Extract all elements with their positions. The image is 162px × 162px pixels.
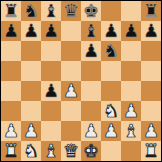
piece-black-pawn[interactable]: ♟ [43, 21, 59, 41]
piece-white-bishop[interactable]: ♝ [123, 121, 139, 141]
square-b6[interactable] [21, 41, 41, 61]
piece-black-knight[interactable]: ♞ [103, 41, 119, 61]
square-a5[interactable] [1, 61, 21, 81]
piece-white-queen[interactable]: ♛ [63, 141, 79, 161]
square-b4[interactable] [21, 81, 41, 101]
square-f1[interactable] [101, 141, 121, 161]
piece-black-queen[interactable]: ♛ [63, 1, 79, 21]
square-d3[interactable] [61, 101, 81, 121]
piece-black-pawn[interactable]: ♟ [43, 81, 59, 101]
piece-white-knight[interactable]: ♞ [23, 141, 39, 161]
square-a8[interactable]: ♜ [1, 1, 21, 21]
square-c2[interactable] [41, 121, 61, 141]
piece-black-bishop[interactable]: ♝ [43, 1, 59, 21]
square-e5[interactable] [81, 61, 101, 81]
square-d8[interactable]: ♛ [61, 1, 81, 21]
square-a3[interactable] [1, 101, 21, 121]
square-c7[interactable]: ♟ [41, 21, 61, 41]
square-b3[interactable] [21, 101, 41, 121]
piece-black-pawn[interactable]: ♟ [103, 21, 119, 41]
square-g7[interactable]: ♟ [121, 21, 141, 41]
piece-white-bishop[interactable]: ♝ [43, 141, 59, 161]
square-f8[interactable] [101, 1, 121, 21]
square-g3[interactable]: ♟ [121, 101, 141, 121]
square-h3[interactable] [141, 101, 161, 121]
square-c8[interactable]: ♝ [41, 1, 61, 21]
square-a1[interactable]: ♜ [1, 141, 21, 161]
square-f3[interactable]: ♞ [101, 101, 121, 121]
piece-white-rook[interactable]: ♜ [3, 141, 19, 161]
square-f5[interactable] [101, 61, 121, 81]
square-h8[interactable]: ♜ [141, 1, 161, 21]
piece-white-knight[interactable]: ♞ [103, 101, 119, 121]
piece-white-pawn[interactable]: ♟ [3, 121, 19, 141]
square-h1[interactable]: ♜ [141, 141, 161, 161]
square-a4[interactable] [1, 81, 21, 101]
square-b8[interactable]: ♞ [21, 1, 41, 21]
square-g4[interactable] [121, 81, 141, 101]
piece-black-pawn[interactable]: ♟ [143, 21, 159, 41]
square-h6[interactable] [141, 41, 161, 61]
square-a7[interactable]: ♟ [1, 21, 21, 41]
square-c1[interactable]: ♝ [41, 141, 61, 161]
piece-black-bishop[interactable]: ♝ [83, 21, 99, 41]
piece-black-pawn[interactable]: ♟ [123, 21, 139, 41]
square-g5[interactable] [121, 61, 141, 81]
square-e4[interactable] [81, 81, 101, 101]
square-e8[interactable]: ♚ [81, 1, 101, 21]
square-f7[interactable]: ♟ [101, 21, 121, 41]
square-g6[interactable] [121, 41, 141, 61]
square-h4[interactable] [141, 81, 161, 101]
square-g8[interactable] [121, 1, 141, 21]
square-d2[interactable] [61, 121, 81, 141]
piece-black-pawn[interactable]: ♟ [3, 21, 19, 41]
square-d7[interactable] [61, 21, 81, 41]
piece-black-knight[interactable]: ♞ [23, 1, 39, 21]
square-g2[interactable]: ♝ [121, 121, 141, 141]
square-d5[interactable] [61, 61, 81, 81]
square-d4[interactable]: ♟ [61, 81, 81, 101]
piece-white-pawn[interactable]: ♟ [23, 121, 39, 141]
piece-white-king[interactable]: ♚ [83, 141, 99, 161]
square-b2[interactable]: ♟ [21, 121, 41, 141]
chess-board: ♜♞♝♛♚♜♟♟♟♝♟♟♟♟♞♟♟♞♟♟♟♟♟♝♟♜♞♝♛♚♜ [1, 1, 161, 161]
square-e7[interactable]: ♝ [81, 21, 101, 41]
square-h2[interactable]: ♟ [141, 121, 161, 141]
square-d6[interactable] [61, 41, 81, 61]
square-c6[interactable] [41, 41, 61, 61]
square-d1[interactable]: ♛ [61, 141, 81, 161]
square-f6[interactable]: ♞ [101, 41, 121, 61]
square-e6[interactable]: ♟ [81, 41, 101, 61]
square-g1[interactable] [121, 141, 141, 161]
square-c3[interactable] [41, 101, 61, 121]
square-c5[interactable] [41, 61, 61, 81]
square-e3[interactable] [81, 101, 101, 121]
piece-black-pawn[interactable]: ♟ [23, 21, 39, 41]
square-f2[interactable]: ♟ [101, 121, 121, 141]
square-h7[interactable]: ♟ [141, 21, 161, 41]
piece-black-rook[interactable]: ♜ [3, 1, 19, 21]
square-c4[interactable]: ♟ [41, 81, 61, 101]
piece-white-rook[interactable]: ♜ [143, 141, 159, 161]
board-frame: ♜♞♝♛♚♜♟♟♟♝♟♟♟♟♞♟♟♞♟♟♟♟♟♝♟♜♞♝♛♚♜ [0, 0, 162, 162]
square-b1[interactable]: ♞ [21, 141, 41, 161]
piece-black-pawn[interactable]: ♟ [83, 41, 99, 61]
piece-white-pawn[interactable]: ♟ [143, 121, 159, 141]
square-b7[interactable]: ♟ [21, 21, 41, 41]
square-b5[interactable] [21, 61, 41, 81]
square-f4[interactable] [101, 81, 121, 101]
piece-white-pawn[interactable]: ♟ [83, 121, 99, 141]
piece-white-pawn[interactable]: ♟ [103, 121, 119, 141]
square-a2[interactable]: ♟ [1, 121, 21, 141]
square-a6[interactable] [1, 41, 21, 61]
piece-white-pawn[interactable]: ♟ [123, 101, 139, 121]
square-h5[interactable] [141, 61, 161, 81]
piece-black-rook[interactable]: ♜ [143, 1, 159, 21]
piece-white-pawn[interactable]: ♟ [63, 81, 79, 101]
square-e1[interactable]: ♚ [81, 141, 101, 161]
square-e2[interactable]: ♟ [81, 121, 101, 141]
piece-black-king[interactable]: ♚ [83, 1, 99, 21]
